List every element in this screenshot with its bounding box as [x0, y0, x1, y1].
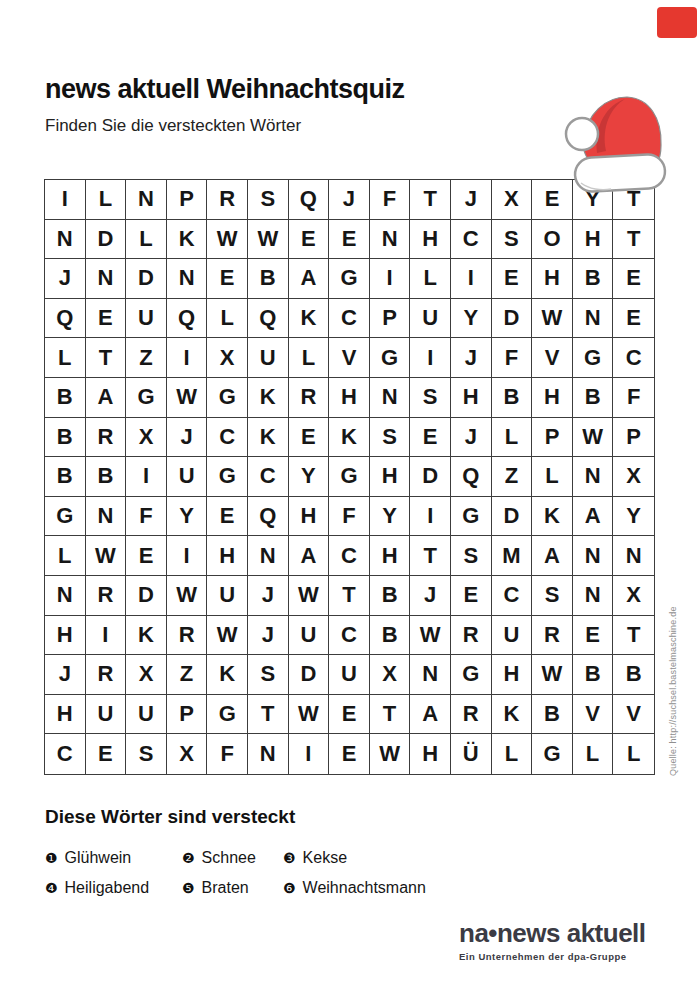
grid-cell-r7c4[interactable]: J [167, 418, 208, 458]
grid-cell-r11c15[interactable]: X [613, 576, 654, 616]
grid-cell-r13c10[interactable]: N [410, 655, 451, 695]
word-item-weihnachtsmann: ❻ Weihnachtsmann [283, 879, 485, 897]
grid-cell-r6c7[interactable]: R [289, 378, 330, 418]
grid-cell-r6c6[interactable]: K [248, 378, 289, 418]
grid-cell-r12c9[interactable]: B [370, 616, 411, 656]
grid-cell-r4c9[interactable]: P [370, 299, 411, 339]
grid-cell-r4c8[interactable]: C [329, 299, 370, 339]
grid-cell-r15c8[interactable]: E [329, 734, 370, 774]
grid-cell-r14c1[interactable]: H [45, 695, 86, 735]
grid-cell-r2c4[interactable]: K [167, 220, 208, 260]
grid-cell-r5c2[interactable]: T [86, 338, 127, 378]
grid-cell-r4c2[interactable]: E [86, 299, 127, 339]
grid-cell-r4c12[interactable]: D [492, 299, 533, 339]
grid-cell-r4c3[interactable]: U [126, 299, 167, 339]
grid-cell-r7c11[interactable]: J [451, 418, 492, 458]
word-label: Kekse [303, 849, 347, 867]
word-number-1-icon: ❶ [45, 851, 58, 865]
grid-cell-r1c1[interactable]: I [45, 180, 86, 220]
grid-cell-r1c8[interactable]: J [329, 180, 370, 220]
grid-cell-r14c4[interactable]: P [167, 695, 208, 735]
grid-cell-r2c12[interactable]: S [492, 220, 533, 260]
grid-cell-r10c8[interactable]: C [329, 536, 370, 576]
word-number-5-icon: ❺ [182, 881, 195, 895]
grid-cell-r9c12[interactable]: D [492, 497, 533, 537]
grid-cell-r5c10[interactable]: I [410, 338, 451, 378]
grid-cell-r6c5[interactable]: G [207, 378, 248, 418]
word-item-gluehwein: ❶ Glühwein [45, 849, 182, 867]
grid-cell-r9c5[interactable]: E [207, 497, 248, 537]
word-label: Weihnachtsmann [303, 879, 426, 897]
grid-cell-r8c12[interactable]: Z [492, 457, 533, 497]
grid-cell-r4c11[interactable]: Y [451, 299, 492, 339]
grid-cell-r2c11[interactable]: C [451, 220, 492, 260]
grid-cell-r12c12[interactable]: U [492, 616, 533, 656]
grid-cell-r14c12[interactable]: K [492, 695, 533, 735]
grid-cell-r8c3[interactable]: I [126, 457, 167, 497]
grid-cell-r2c1[interactable]: N [45, 220, 86, 260]
word-number-2-icon: ❷ [182, 851, 195, 865]
hidden-words-list: ❶ Glühwein ❷ Schnee ❸ Kekse ❹ Heiligaben… [45, 843, 485, 903]
grid-cell-r12c14[interactable]: E [573, 616, 614, 656]
grid-cell-r9c11[interactable]: G [451, 497, 492, 537]
red-corner-mark [657, 7, 697, 38]
grid-cell-r9c3[interactable]: F [126, 497, 167, 537]
grid-cell-r14c11[interactable]: R [451, 695, 492, 735]
grid-cell-r5c1[interactable]: L [45, 338, 86, 378]
grid-cell-r14c6[interactable]: T [248, 695, 289, 735]
grid-cell-r4c5[interactable]: L [207, 299, 248, 339]
grid-cell-r3c4[interactable]: N [167, 259, 208, 299]
grid-cell-r6c12[interactable]: B [492, 378, 533, 418]
grid-cell-r4c10[interactable]: U [410, 299, 451, 339]
grid-cell-r3c7[interactable]: A [289, 259, 330, 299]
grid-cell-r9c13[interactable]: K [532, 497, 573, 537]
grid-cell-r5c7[interactable]: L [289, 338, 330, 378]
grid-cell-r11c4[interactable]: W [167, 576, 208, 616]
grid-cell-r1c7[interactable]: Q [289, 180, 330, 220]
word-number-4-icon: ❹ [45, 881, 58, 895]
grid-cell-r6c14[interactable]: B [573, 378, 614, 418]
grid-cell-r5c6[interactable]: U [248, 338, 289, 378]
grid-cell-r4c1[interactable]: Q [45, 299, 86, 339]
grid-cell-r6c8[interactable]: H [329, 378, 370, 418]
grid-cell-r10c2[interactable]: W [86, 536, 127, 576]
grid-cell-r10c11[interactable]: S [451, 536, 492, 576]
grid-cell-r15c12[interactable]: L [492, 734, 533, 774]
grid-cell-r5c13[interactable]: V [532, 338, 573, 378]
grid-cell-r8c1[interactable]: B [45, 457, 86, 497]
grid-cell-r10c15[interactable]: N [613, 536, 654, 576]
grid-cell-r1c9[interactable]: F [370, 180, 411, 220]
grid-cell-r3c9[interactable]: I [370, 259, 411, 299]
grid-cell-r15c15[interactable]: L [613, 734, 654, 774]
grid-cell-r7c13[interactable]: P [532, 418, 573, 458]
grid-cell-r12c13[interactable]: R [532, 616, 573, 656]
grid-cell-r13c5[interactable]: K [207, 655, 248, 695]
grid-cell-r13c9[interactable]: X [370, 655, 411, 695]
grid-cell-r14c8[interactable]: E [329, 695, 370, 735]
grid-cell-r7c9[interactable]: S [370, 418, 411, 458]
grid-cell-r9c1[interactable]: G [45, 497, 86, 537]
grid-cell-r1c10[interactable]: T [410, 180, 451, 220]
grid-cell-r10c7[interactable]: A [289, 536, 330, 576]
grid-cell-r4c6[interactable]: Q [248, 299, 289, 339]
grid-cell-r11c2[interactable]: R [86, 576, 127, 616]
grid-cell-r14c5[interactable]: G [207, 695, 248, 735]
grid-cell-r3c12[interactable]: E [492, 259, 533, 299]
grid-cell-r1c3[interactable]: N [126, 180, 167, 220]
word-label: Glühwein [65, 849, 132, 867]
grid-cell-r4c4[interactable]: Q [167, 299, 208, 339]
grid-cell-r5c15[interactable]: C [613, 338, 654, 378]
grid-cell-r10c13[interactable]: A [532, 536, 573, 576]
grid-cell-r13c6[interactable]: S [248, 655, 289, 695]
grid-cell-r3c11[interactable]: I [451, 259, 492, 299]
grid-cell-r6c1[interactable]: B [45, 378, 86, 418]
grid-cell-r15c9[interactable]: W [370, 734, 411, 774]
grid-cell-r7c2[interactable]: R [86, 418, 127, 458]
grid-cell-r11c12[interactable]: C [492, 576, 533, 616]
grid-cell-r11c8[interactable]: T [329, 576, 370, 616]
grid-cell-r5c4[interactable]: I [167, 338, 208, 378]
grid-cell-r9c15[interactable]: Y [613, 497, 654, 537]
grid-cell-r1c4[interactable]: P [167, 180, 208, 220]
grid-cell-r10c3[interactable]: E [126, 536, 167, 576]
word-item-heiligabend: ❹ Heiligabend [45, 879, 182, 897]
grid-cell-r2c14[interactable]: H [573, 220, 614, 260]
grid-cell-r10c6[interactable]: N [248, 536, 289, 576]
grid-cell-r8c15[interactable]: X [613, 457, 654, 497]
grid-cell-r5c12[interactable]: F [492, 338, 533, 378]
grid-cell-r6c3[interactable]: G [126, 378, 167, 418]
grid-cell-r8c13[interactable]: L [532, 457, 573, 497]
grid-cell-r3c2[interactable]: N [86, 259, 127, 299]
grid-cell-r3c1[interactable]: J [45, 259, 86, 299]
grid-cell-r11c13[interactable]: S [532, 576, 573, 616]
grid-cell-r3c8[interactable]: G [329, 259, 370, 299]
grid-cell-r15c7[interactable]: I [289, 734, 330, 774]
grid-cell-r15c4[interactable]: X [167, 734, 208, 774]
grid-cell-r8c2[interactable]: B [86, 457, 127, 497]
grid-cell-r4c7[interactable]: K [289, 299, 330, 339]
grid-cell-r8c4[interactable]: U [167, 457, 208, 497]
news-aktuell-logo: na•news aktuell Ein Unternehmen der dpa-… [459, 919, 646, 962]
grid-cell-r6c13[interactable]: H [532, 378, 573, 418]
grid-cell-r15c6[interactable]: N [248, 734, 289, 774]
grid-cell-r1c2[interactable]: L [86, 180, 127, 220]
grid-cell-r7c10[interactable]: E [410, 418, 451, 458]
grid-cell-r6c11[interactable]: H [451, 378, 492, 418]
grid-cell-r11c7[interactable]: W [289, 576, 330, 616]
grid-cell-r7c14[interactable]: W [573, 418, 614, 458]
grid-cell-r9c9[interactable]: Y [370, 497, 411, 537]
grid-cell-r12c10[interactable]: W [410, 616, 451, 656]
grid-cell-r9c8[interactable]: F [329, 497, 370, 537]
grid-cell-r6c9[interactable]: N [370, 378, 411, 418]
grid-cell-r7c6[interactable]: K [248, 418, 289, 458]
grid-cell-r6c15[interactable]: F [613, 378, 654, 418]
grid-cell-r13c11[interactable]: G [451, 655, 492, 695]
grid-cell-r9c7[interactable]: H [289, 497, 330, 537]
grid-cell-r11c1[interactable]: N [45, 576, 86, 616]
grid-cell-r12c11[interactable]: R [451, 616, 492, 656]
grid-cell-r15c13[interactable]: G [532, 734, 573, 774]
grid-cell-r2c10[interactable]: H [410, 220, 451, 260]
grid-cell-r10c1[interactable]: L [45, 536, 86, 576]
grid-cell-r6c4[interactable]: W [167, 378, 208, 418]
grid-cell-r14c2[interactable]: U [86, 695, 127, 735]
word-label: Braten [202, 879, 249, 897]
grid-cell-r7c7[interactable]: E [289, 418, 330, 458]
grid-cell-r13c3[interactable]: X [126, 655, 167, 695]
word-item-braten: ❺ Braten [182, 879, 283, 897]
grid-cell-r11c9[interactable]: B [370, 576, 411, 616]
word-label: Heiligabend [65, 879, 150, 897]
grid-cell-r14c15[interactable]: V [613, 695, 654, 735]
grid-cell-r7c5[interactable]: C [207, 418, 248, 458]
grid-cell-r12c7[interactable]: U [289, 616, 330, 656]
grid-cell-r3c13[interactable]: H [532, 259, 573, 299]
word-number-3-icon: ❸ [283, 851, 296, 865]
grid-cell-r9c10[interactable]: I [410, 497, 451, 537]
grid-cell-r8c14[interactable]: N [573, 457, 614, 497]
grid-cell-r1c12[interactable]: X [492, 180, 533, 220]
grid-cell-r15c1[interactable]: C [45, 734, 86, 774]
grid-cell-r3c15[interactable]: E [613, 259, 654, 299]
grid-cell-r11c3[interactable]: D [126, 576, 167, 616]
grid-cell-r4c15[interactable]: E [613, 299, 654, 339]
grid-cell-r12c15[interactable]: T [613, 616, 654, 656]
grid-cell-r13c2[interactable]: R [86, 655, 127, 695]
grid-cell-r2c6[interactable]: W [248, 220, 289, 260]
grid-cell-r10c12[interactable]: M [492, 536, 533, 576]
grid-cell-r4c14[interactable]: N [573, 299, 614, 339]
word-item-kekse: ❸ Kekse [283, 849, 485, 867]
grid-cell-r11c5[interactable]: U [207, 576, 248, 616]
word-item-schnee: ❷ Schnee [182, 849, 283, 867]
grid-cell-r10c5[interactable]: H [207, 536, 248, 576]
grid-cell-r14c14[interactable]: V [573, 695, 614, 735]
logo-tagline: Ein Unternehmen der dpa-Gruppe [459, 951, 646, 962]
grid-cell-r12c3[interactable]: K [126, 616, 167, 656]
grid-cell-r8c6[interactable]: C [248, 457, 289, 497]
source-note: Quelle: http://suchsel.bastelmaschine.de [668, 606, 678, 776]
grid-cell-r10c4[interactable]: I [167, 536, 208, 576]
grid-cell-r5c3[interactable]: Z [126, 338, 167, 378]
grid-cell-r2c13[interactable]: O [532, 220, 573, 260]
hidden-words-heading: Diese Wörter sind versteckt [45, 806, 295, 828]
grid-cell-r15c14[interactable]: L [573, 734, 614, 774]
grid-cell-r5c5[interactable]: X [207, 338, 248, 378]
logo-text: na•news aktuell [459, 919, 646, 948]
grid-cell-r15c2[interactable]: E [86, 734, 127, 774]
grid-cell-r8c7[interactable]: Y [289, 457, 330, 497]
grid-cell-r13c4[interactable]: Z [167, 655, 208, 695]
grid-cell-r3c14[interactable]: B [573, 259, 614, 299]
grid-cell-r6c2[interactable]: A [86, 378, 127, 418]
grid-cell-r4c13[interactable]: W [532, 299, 573, 339]
grid-cell-r13c12[interactable]: H [492, 655, 533, 695]
grid-cell-r5c9[interactable]: G [370, 338, 411, 378]
grid-cell-r15c3[interactable]: S [126, 734, 167, 774]
grid-cell-r13c1[interactable]: J [45, 655, 86, 695]
grid-cell-r11c11[interactable]: E [451, 576, 492, 616]
grid-cell-r7c8[interactable]: K [329, 418, 370, 458]
grid-cell-r7c15[interactable]: P [613, 418, 654, 458]
grid-cell-r3c10[interactable]: L [410, 259, 451, 299]
grid-cell-r12c4[interactable]: R [167, 616, 208, 656]
grid-cell-r12c2[interactable]: I [86, 616, 127, 656]
page-subtitle: Finden Sie die versteckten Wörter [45, 116, 301, 136]
grid-cell-r13c15[interactable]: B [613, 655, 654, 695]
grid-cell-r8c5[interactable]: G [207, 457, 248, 497]
grid-cell-r10c14[interactable]: N [573, 536, 614, 576]
grid-cell-r14c7[interactable]: W [289, 695, 330, 735]
grid-cell-r10c9[interactable]: H [370, 536, 411, 576]
grid-cell-r1c5[interactable]: R [207, 180, 248, 220]
word-number-6-icon: ❻ [283, 881, 296, 895]
grid-cell-r2c9[interactable]: N [370, 220, 411, 260]
grid-cell-r14c13[interactable]: B [532, 695, 573, 735]
grid-cell-r12c1[interactable]: H [45, 616, 86, 656]
grid-cell-r1c6[interactable]: S [248, 180, 289, 220]
grid-cell-r5c11[interactable]: J [451, 338, 492, 378]
grid-cell-r2c2[interactable]: D [86, 220, 127, 260]
grid-cell-r7c12[interactable]: L [492, 418, 533, 458]
grid-cell-r10c10[interactable]: T [410, 536, 451, 576]
grid-cell-r9c14[interactable]: A [573, 497, 614, 537]
santa-hat-icon [561, 93, 667, 195]
grid-cell-r2c3[interactable]: L [126, 220, 167, 260]
grid-cell-r8c11[interactable]: Q [451, 457, 492, 497]
grid-cell-r3c3[interactable]: D [126, 259, 167, 299]
grid-cell-r8c8[interactable]: G [329, 457, 370, 497]
grid-cell-r11c6[interactable]: J [248, 576, 289, 616]
grid-cell-r11c10[interactable]: J [410, 576, 451, 616]
grid-cell-r12c5[interactable]: W [207, 616, 248, 656]
grid-cell-r9c6[interactable]: Q [248, 497, 289, 537]
grid-cell-r13c14[interactable]: B [573, 655, 614, 695]
grid-cell-r1c11[interactable]: J [451, 180, 492, 220]
grid-cell-r5c8[interactable]: V [329, 338, 370, 378]
grid-cell-r15c11[interactable]: Ü [451, 734, 492, 774]
grid-cell-r13c13[interactable]: W [532, 655, 573, 695]
grid-cell-r14c10[interactable]: A [410, 695, 451, 735]
grid-cell-r6c10[interactable]: S [410, 378, 451, 418]
grid-cell-r7c1[interactable]: B [45, 418, 86, 458]
grid-cell-r13c7[interactable]: D [289, 655, 330, 695]
grid-cell-r12c6[interactable]: J [248, 616, 289, 656]
grid-cell-r8c9[interactable]: H [370, 457, 411, 497]
grid-cell-r7c3[interactable]: X [126, 418, 167, 458]
grid-cell-r2c5[interactable]: W [207, 220, 248, 260]
grid-cell-r2c8[interactable]: E [329, 220, 370, 260]
grid-cell-r2c7[interactable]: E [289, 220, 330, 260]
grid-cell-r5c14[interactable]: G [573, 338, 614, 378]
grid-cell-r12c8[interactable]: C [329, 616, 370, 656]
grid-cell-r11c14[interactable]: N [573, 576, 614, 616]
grid-cell-r13c8[interactable]: U [329, 655, 370, 695]
grid-cell-r15c10[interactable]: H [410, 734, 451, 774]
grid-cell-r3c5[interactable]: E [207, 259, 248, 299]
grid-cell-r9c4[interactable]: Y [167, 497, 208, 537]
grid-cell-r8c10[interactable]: D [410, 457, 451, 497]
grid-cell-r9c2[interactable]: N [86, 497, 127, 537]
grid-cell-r2c15[interactable]: T [613, 220, 654, 260]
grid-cell-r15c5[interactable]: F [207, 734, 248, 774]
word-label: Schnee [202, 849, 256, 867]
page-title: news aktuell Weihnachtsquiz [45, 74, 405, 105]
word-search-grid: ILNPRSQJFTJXEYTNDLKWWEENHCSOHTJNDNEBAGIL… [44, 179, 655, 775]
grid-cell-r14c3[interactable]: U [126, 695, 167, 735]
grid-cell-r14c9[interactable]: T [370, 695, 411, 735]
grid-cell-r3c6[interactable]: B [248, 259, 289, 299]
